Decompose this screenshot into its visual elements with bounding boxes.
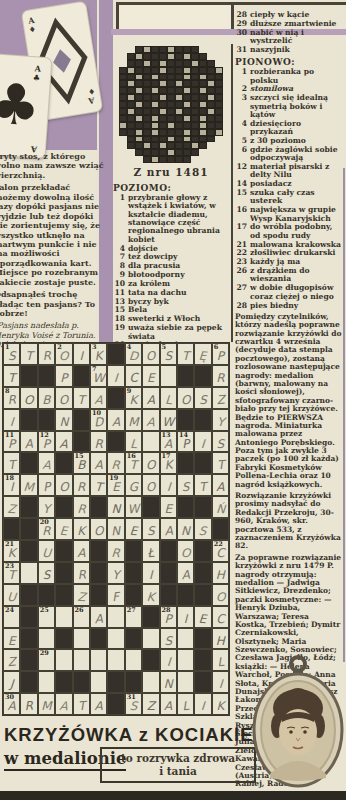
grid-cell[interactable]: A bbox=[212, 474, 229, 496]
mini-grid-cell bbox=[143, 74, 151, 81]
card-index: A bbox=[87, 95, 96, 106]
grid-cell[interactable]: O bbox=[55, 387, 72, 409]
cell-letter-handwritten: I bbox=[3, 413, 19, 430]
grid-cell[interactable]: O bbox=[142, 474, 159, 496]
grid-cell[interactable]: 24 bbox=[3, 606, 20, 628]
clue-number: 1 bbox=[113, 194, 128, 244]
mini-grid-cell bbox=[183, 108, 191, 115]
bottom-page-bar bbox=[0, 791, 346, 800]
grid-cell[interactable] bbox=[177, 649, 194, 671]
grid-cell[interactable]: A bbox=[107, 409, 124, 431]
grid-cell-black bbox=[125, 628, 142, 650]
grid-cell[interactable]: 7W bbox=[90, 365, 107, 387]
grid-cell[interactable]: G bbox=[125, 474, 142, 496]
grid-cell[interactable]: 11P bbox=[3, 431, 20, 453]
grid-cell[interactable]: H bbox=[212, 628, 229, 650]
cell-letter-handwritten: R bbox=[108, 457, 124, 474]
mini-grid-cell bbox=[119, 74, 127, 81]
grid-cell-black bbox=[194, 649, 211, 671]
grid-cell[interactable]: P bbox=[38, 474, 55, 496]
cell-letter-handwritten: Z bbox=[212, 391, 229, 408]
grid-cell[interactable]: 30A bbox=[3, 693, 20, 715]
grid-cell-black bbox=[20, 584, 37, 606]
mini-grid-cell bbox=[167, 80, 175, 87]
mini-grid-cell bbox=[143, 60, 151, 67]
grid-cell[interactable]: H bbox=[212, 562, 229, 584]
grid-cell[interactable]: S bbox=[194, 387, 211, 409]
clue-item: 31naszyjnik bbox=[235, 46, 343, 54]
grid-cell[interactable] bbox=[142, 671, 159, 693]
mini-grid-gap bbox=[215, 149, 223, 156]
grid-cell[interactable]: 17K bbox=[160, 452, 177, 474]
cell-letter-handwritten: P bbox=[213, 348, 228, 364]
grid-cell[interactable]: B bbox=[38, 387, 55, 409]
grid-cell[interactable]: 28P bbox=[160, 606, 177, 628]
cell-letter-handwritten: B bbox=[74, 457, 89, 473]
grid-cell[interactable]: 15B bbox=[73, 452, 90, 474]
clue-item: 19uważa siebie za pępek świata bbox=[113, 324, 229, 341]
grid-cell[interactable]: A bbox=[177, 562, 194, 584]
grid-cell-black bbox=[177, 584, 194, 606]
cell-letter-handwritten: T bbox=[74, 392, 89, 408]
cell-letter-handwritten: N bbox=[108, 522, 125, 539]
grid-cell[interactable]: T bbox=[212, 452, 229, 474]
grid-cell[interactable]: T bbox=[20, 343, 37, 365]
grid-cell[interactable]: R bbox=[107, 540, 124, 562]
cell-letter-handwritten: S bbox=[39, 567, 54, 583]
grid-cell[interactable]: 29 bbox=[38, 649, 55, 671]
grid-cell[interactable]: 20R bbox=[38, 518, 55, 540]
clue-number: 6 bbox=[235, 146, 250, 163]
grid-cell[interactable]: 5S bbox=[160, 343, 177, 365]
grid-cell[interactable]: C bbox=[212, 606, 229, 628]
portrait-eye bbox=[289, 730, 293, 734]
clue-number: 19 bbox=[113, 324, 128, 341]
grid-cell[interactable]: I bbox=[107, 365, 124, 387]
grid-cell[interactable]: M bbox=[125, 409, 142, 431]
grid-cell[interactable]: E bbox=[142, 365, 159, 387]
grid-cell-black bbox=[20, 649, 37, 671]
grid-cell[interactable]: R bbox=[73, 496, 90, 518]
cell-letter-handwritten: K bbox=[213, 698, 228, 714]
grid-cell[interactable]: Y bbox=[212, 409, 229, 431]
mini-grid-gap bbox=[199, 149, 207, 156]
grid-cell[interactable]: 12P bbox=[38, 431, 55, 453]
grid-cell[interactable]: I bbox=[177, 606, 194, 628]
mini-grid-cell bbox=[119, 115, 127, 122]
mini-grid-gap bbox=[119, 136, 127, 143]
grid-cell-black bbox=[20, 365, 37, 387]
grid-cell-black bbox=[55, 671, 72, 693]
grid-cell-black bbox=[73, 365, 90, 387]
grid-cell-black bbox=[90, 628, 107, 650]
grid-cell[interactable]: O bbox=[20, 387, 37, 409]
cell-letter-handwritten: K bbox=[4, 545, 19, 561]
grid-cell-black bbox=[177, 409, 194, 431]
grid-cell[interactable]: I bbox=[160, 474, 177, 496]
grid-cell[interactable]: O bbox=[142, 343, 159, 365]
grid-cell[interactable]: K bbox=[142, 584, 159, 606]
grid-cell[interactable]: C bbox=[125, 365, 142, 387]
grid-cell[interactable]: 27 bbox=[125, 606, 142, 628]
cell-letter-handwritten: S bbox=[213, 436, 228, 452]
grid-cell[interactable] bbox=[73, 649, 90, 671]
grid-cell[interactable] bbox=[107, 628, 124, 650]
cell-letter-handwritten: A bbox=[91, 457, 106, 473]
mini-grid-gap bbox=[215, 136, 223, 143]
clue-text: szczyci się idealną symetrią boków i kąt… bbox=[250, 94, 343, 119]
portrait-hair-bun bbox=[288, 688, 308, 704]
grid-cell[interactable]: 10D bbox=[90, 409, 107, 431]
grid-cell[interactable]: I bbox=[212, 671, 229, 693]
grid-cell[interactable] bbox=[90, 671, 107, 693]
grid-cell[interactable]: A bbox=[142, 409, 159, 431]
grid-cell[interactable]: 9K bbox=[125, 387, 142, 409]
grid-cell[interactable]: A bbox=[38, 452, 55, 474]
grid-cell[interactable]: R bbox=[73, 562, 90, 584]
mini-grid-cell bbox=[191, 60, 199, 67]
grid-cell[interactable]: 18I bbox=[3, 474, 20, 496]
card-index: A bbox=[33, 63, 42, 74]
mini-grid-cell bbox=[215, 87, 223, 94]
mini-grid-cell bbox=[175, 80, 183, 87]
mini-grid-cell bbox=[191, 108, 199, 115]
grid-cell[interactable]: S bbox=[38, 562, 55, 584]
mini-grid-cell bbox=[207, 136, 215, 143]
poziomo-clue-list-cont: 28ciepły w kącie29dłuższe zmartwienie30n… bbox=[235, 11, 343, 54]
mini-grid-cell bbox=[167, 136, 175, 143]
clue-number: 27 bbox=[235, 284, 250, 301]
grid-cell-black bbox=[107, 693, 124, 715]
grid-cell[interactable]: J bbox=[3, 671, 20, 693]
cell-letter-handwritten: E bbox=[143, 370, 158, 386]
cell-letter-handwritten: A bbox=[4, 698, 19, 714]
grid-cell[interactable]: 23T bbox=[3, 562, 20, 584]
cell-letter-handwritten: O bbox=[178, 392, 193, 408]
grid-cell[interactable]: L bbox=[212, 649, 229, 671]
grid-cell[interactable] bbox=[142, 628, 159, 650]
mini-grid-cell bbox=[167, 149, 175, 156]
cell-letter-handwritten: E bbox=[125, 523, 141, 540]
grid-cell[interactable]: A bbox=[160, 518, 177, 540]
grid-cell[interactable]: N bbox=[177, 518, 194, 540]
grid-cell[interactable]: U bbox=[3, 584, 20, 606]
grid-cell[interactable]: 26 bbox=[73, 606, 90, 628]
grid-cell[interactable] bbox=[177, 671, 194, 693]
grid-cell[interactable]: 19E bbox=[107, 474, 124, 496]
cell-letter-handwritten: S bbox=[161, 348, 176, 364]
cell-letter-handwritten: O bbox=[212, 588, 228, 605]
mini-grid-cell bbox=[135, 108, 143, 115]
mini-grid-cell bbox=[175, 53, 183, 60]
grid-cell[interactable]: T bbox=[73, 693, 90, 715]
grid-cell[interactable] bbox=[177, 628, 194, 650]
grid-cell[interactable]: A bbox=[90, 387, 107, 409]
grid-cell[interactable]: A bbox=[73, 540, 90, 562]
grid-cell[interactable]: Z bbox=[3, 649, 20, 671]
grid-cell[interactable]: 22C bbox=[212, 540, 229, 562]
grid-cell[interactable]: E bbox=[160, 496, 177, 518]
grid-cell[interactable]: I bbox=[194, 431, 211, 453]
mini-grid-cell bbox=[151, 115, 159, 122]
mini-grid-cell bbox=[135, 87, 143, 94]
grid-cell[interactable]: Y bbox=[107, 562, 124, 584]
grid-cell[interactable]: 13A bbox=[160, 431, 177, 453]
grid-cell[interactable]: Ę bbox=[194, 343, 211, 365]
mini-grid-cell bbox=[127, 80, 135, 87]
grid-cell[interactable] bbox=[55, 649, 72, 671]
grid-cell[interactable]: R bbox=[20, 693, 37, 715]
mini-grid-gap bbox=[119, 53, 127, 60]
grid-cell[interactable]: R bbox=[38, 343, 55, 365]
grid-cell[interactable]: M bbox=[20, 474, 37, 496]
mini-grid-cell bbox=[183, 94, 191, 101]
grid-cell[interactable]: I bbox=[194, 693, 211, 715]
grid-cell[interactable]: U bbox=[38, 540, 55, 562]
mini-grid-cell bbox=[199, 136, 207, 143]
clue-item: 26z drążkiem do wieszania bbox=[235, 267, 343, 284]
grid-cell[interactable]: T bbox=[73, 387, 90, 409]
cell-letter-handwritten: C bbox=[213, 611, 228, 627]
grid-cell[interactable]: S bbox=[142, 518, 159, 540]
grid-cell[interactable]: T bbox=[3, 365, 20, 387]
grid-cell[interactable]: 14P bbox=[177, 431, 194, 453]
grid-cell[interactable] bbox=[38, 628, 55, 650]
cell-letter-handwritten: R bbox=[38, 347, 55, 364]
mini-grid-cell bbox=[199, 101, 207, 108]
grid-cell[interactable]: O bbox=[55, 474, 72, 496]
grid-cell[interactable]: 25 bbox=[38, 606, 55, 628]
mini-grid-cell bbox=[151, 122, 159, 129]
grid-cell[interactable]: E bbox=[125, 518, 142, 540]
grid-cell-black bbox=[20, 496, 37, 518]
grid-cell[interactable]: 2O bbox=[55, 343, 72, 365]
cell-letter-handwritten: E bbox=[108, 479, 123, 495]
mini-grid-cell bbox=[207, 67, 215, 74]
grid-cell[interactable]: M bbox=[38, 693, 55, 715]
mini-grid-cell bbox=[207, 87, 215, 94]
grid-cell[interactable] bbox=[107, 649, 124, 671]
cell-letter-handwritten: O bbox=[21, 391, 37, 408]
mini-grid-cell bbox=[167, 108, 175, 115]
grid-cell[interactable] bbox=[90, 649, 107, 671]
grid-cell[interactable] bbox=[38, 671, 55, 693]
grid-cell[interactable]: N bbox=[107, 496, 124, 518]
grid-cell[interactable]: T bbox=[3, 452, 20, 474]
grid-cell[interactable]: N bbox=[55, 409, 72, 431]
solitaire-article: kryty stos, z którego wolno nam zawsze w… bbox=[0, 152, 106, 353]
grid-cell[interactable]: F bbox=[107, 584, 124, 606]
mini-grid-cell bbox=[159, 80, 167, 87]
grid-cell-black bbox=[90, 540, 107, 562]
grid-cell-black bbox=[20, 452, 37, 474]
clue-text: naszyjnik bbox=[250, 46, 343, 54]
grid-cell[interactable]: R bbox=[73, 474, 90, 496]
grid-cell[interactable]: A bbox=[55, 693, 72, 715]
clue-number: 11 bbox=[113, 289, 128, 297]
mini-grid-gap bbox=[119, 156, 127, 163]
mini-grid-gap bbox=[119, 60, 127, 67]
grid-cell[interactable]: I bbox=[73, 343, 90, 365]
grid-cell-black bbox=[90, 584, 107, 606]
grid-cell[interactable]: 21K bbox=[3, 540, 20, 562]
cell-letter-handwritten: F bbox=[108, 588, 125, 605]
grid-cell[interactable]: Ł bbox=[142, 540, 159, 562]
mini-grid-cell bbox=[167, 142, 175, 149]
grid-cell-black bbox=[90, 496, 107, 518]
grid-cell[interactable]: R bbox=[212, 365, 229, 387]
grid-cell[interactable]: Y bbox=[38, 496, 55, 518]
grid-cell[interactable]: 31S bbox=[125, 693, 142, 715]
grid-cell[interactable]: A bbox=[55, 431, 72, 453]
mini-grid-cell bbox=[183, 101, 191, 108]
grid-cell[interactable]: E bbox=[3, 628, 20, 650]
grid-cell[interactable] bbox=[142, 431, 159, 453]
grid-cell[interactable] bbox=[55, 606, 72, 628]
grid-cell[interactable]: Z bbox=[142, 693, 159, 715]
grid-cell[interactable]: L bbox=[177, 693, 194, 715]
grid-cell[interactable]: O bbox=[177, 387, 194, 409]
mini-grid-cell bbox=[135, 122, 143, 129]
grid-cell[interactable]: T bbox=[177, 343, 194, 365]
grid-cell[interactable]: S bbox=[160, 628, 177, 650]
mini-grid-cell bbox=[151, 80, 159, 87]
clue-text: największa w grupie Wysp Kanaryjskich bbox=[250, 206, 343, 223]
clue-number: 15 bbox=[235, 189, 250, 206]
mini-grid-cell bbox=[207, 60, 215, 67]
grid-cell[interactable]: I bbox=[142, 562, 159, 584]
grid-cell[interactable]: K bbox=[212, 693, 229, 715]
grid-cell[interactable] bbox=[73, 628, 90, 650]
grid-cell[interactable]: A bbox=[90, 606, 107, 628]
grid-cell[interactable]: Z bbox=[73, 584, 90, 606]
cell-letter-handwritten: T bbox=[4, 567, 19, 583]
mini-grid-cell bbox=[127, 53, 135, 60]
grid-cell[interactable]: T bbox=[90, 474, 107, 496]
grid-cell[interactable]: K bbox=[73, 518, 90, 540]
mini-grid-cell bbox=[151, 108, 159, 115]
mini-grid-cell bbox=[143, 67, 151, 74]
cell-letter-handwritten: Z bbox=[3, 654, 20, 671]
grid-cell[interactable]: Z bbox=[212, 387, 229, 409]
cell-letter-handwritten: T bbox=[73, 698, 90, 715]
clue-item: 16największa w grupie Wysp Kanaryjskich bbox=[235, 206, 343, 223]
grid-cell[interactable]: S bbox=[194, 518, 211, 540]
grid-cell-black bbox=[125, 562, 142, 584]
cell-letter-handwritten: Y bbox=[212, 413, 228, 430]
grid-cell-black bbox=[20, 628, 37, 650]
grid-cell[interactable]: W bbox=[125, 496, 142, 518]
grid-cell[interactable]: 3K bbox=[90, 343, 107, 365]
diamond-suit-icon: ♦ bbox=[28, 25, 36, 35]
grid-cell[interactable] bbox=[160, 365, 177, 387]
mini-grid-cell bbox=[175, 46, 183, 53]
grid-cell[interactable] bbox=[125, 649, 142, 671]
clue-number: 17 bbox=[235, 223, 250, 240]
grid-cell[interactable]: 16T bbox=[125, 452, 142, 474]
clue-text: przybranie głowy z wstążek i kwiatów, w … bbox=[128, 194, 229, 244]
grid-cell[interactable]: O bbox=[212, 584, 229, 606]
clue-item: 17do wróbla podobny, od spodu rudy bbox=[235, 223, 343, 240]
grid-cell-black bbox=[125, 671, 142, 693]
mini-grid-cell bbox=[215, 67, 223, 74]
mini-grid-cell bbox=[127, 108, 135, 115]
grid-cell[interactable]: O bbox=[90, 518, 107, 540]
clue-item: 1przybranie głowy z wstążek i kwiatów, w… bbox=[113, 194, 229, 244]
grid-cell[interactable]: N bbox=[160, 671, 177, 693]
mini-grid-cell bbox=[199, 115, 207, 122]
grid-cell[interactable]: A bbox=[20, 431, 37, 453]
mini-grid-cell bbox=[191, 46, 199, 53]
grid-cell[interactable]: W bbox=[160, 409, 177, 431]
cell-letter-handwritten: U bbox=[3, 588, 19, 605]
grid-cell[interactable]: R bbox=[107, 452, 124, 474]
grid-cell[interactable]: I bbox=[3, 409, 20, 431]
mini-grid-gap bbox=[215, 142, 223, 149]
mini-grid-cell bbox=[191, 53, 199, 60]
grid-cell[interactable]: Ń bbox=[212, 496, 229, 518]
mini-grid-cell bbox=[191, 67, 199, 74]
grid-cell-black bbox=[142, 606, 159, 628]
grid-cell[interactable]: 8R bbox=[3, 387, 20, 409]
grid-cell[interactable] bbox=[107, 606, 124, 628]
grid-cell[interactable]: A bbox=[90, 693, 107, 715]
grid-cell[interactable]: 4D bbox=[125, 343, 142, 365]
grid-cell-black bbox=[160, 562, 177, 584]
grid-cell[interactable]: L bbox=[160, 387, 177, 409]
grid-cell[interactable]: A bbox=[142, 387, 159, 409]
cell-letter-handwritten: G bbox=[126, 479, 141, 495]
grid-cell[interactable]: I bbox=[160, 649, 177, 671]
grid-cell[interactable]: T bbox=[194, 474, 211, 496]
mini-grid-gap bbox=[191, 156, 199, 163]
mini-grid-cell bbox=[135, 94, 143, 101]
cell-letter-handwritten: A bbox=[90, 391, 106, 408]
grid-cell[interactable] bbox=[20, 562, 37, 584]
grid-cell[interactable]: O bbox=[142, 452, 159, 474]
cell-letter-handwritten: A bbox=[91, 698, 106, 714]
grid-cell[interactable]: L bbox=[125, 431, 142, 453]
grid-cell[interactable]: A bbox=[90, 452, 107, 474]
grid-cell[interactable]: Z bbox=[3, 496, 20, 518]
grid-cell[interactable]: E bbox=[194, 606, 211, 628]
mini-grid-cell bbox=[183, 67, 191, 74]
clue-text: uważa siebie za pępek świata bbox=[128, 324, 229, 341]
grid-cell[interactable]: 1S bbox=[3, 343, 20, 365]
mini-grid-cell bbox=[199, 129, 207, 136]
cell-letter-handwritten: N bbox=[56, 414, 71, 430]
cell-letter-handwritten: R bbox=[73, 566, 90, 583]
mini-grid-cell bbox=[119, 108, 127, 115]
clue-item: 1rozbieranka po polsku bbox=[235, 68, 343, 85]
grid-cell[interactable]: 6P bbox=[212, 343, 229, 365]
grid-cell[interactable]: N bbox=[107, 518, 124, 540]
grid-cell[interactable]: S bbox=[212, 431, 229, 453]
cell-letter-handwritten: Z bbox=[3, 501, 19, 518]
ace-of-clubs-card: A ♣ ♣ A bbox=[0, 54, 51, 158]
grid-cell[interactable]: S bbox=[177, 474, 194, 496]
mini-grid-cell bbox=[215, 80, 223, 87]
grid-cell[interactable]: P bbox=[55, 365, 72, 387]
grid-cell-black bbox=[107, 431, 124, 453]
cell-letter-handwritten: I bbox=[160, 654, 176, 671]
grid-cell[interactable]: R bbox=[90, 431, 107, 453]
grid-cell[interactable]: A bbox=[160, 693, 177, 715]
grid-cell[interactable]: O bbox=[177, 540, 194, 562]
mini-grid-cell bbox=[175, 74, 183, 81]
grid-cell[interactable]: E bbox=[55, 518, 72, 540]
mini-grid-cell bbox=[191, 129, 199, 136]
